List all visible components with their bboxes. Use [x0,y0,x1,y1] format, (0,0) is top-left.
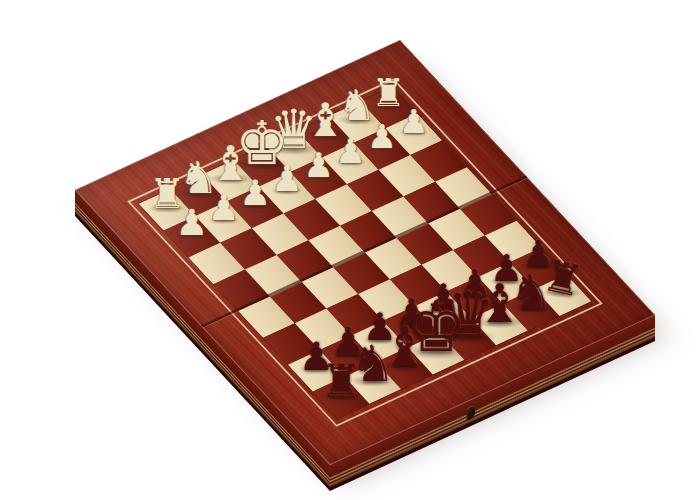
checkerboard [139,87,591,419]
clasp-latch-icon [467,404,476,421]
chess-set-photo: ♜♞♟♝♟♛♟♚♟♝♟♞♟♜♟♟♟♟♜♟♞♟♝♟♛♟♚♟♝♟♞♜ [0,0,700,500]
board-top-face [75,40,655,465]
